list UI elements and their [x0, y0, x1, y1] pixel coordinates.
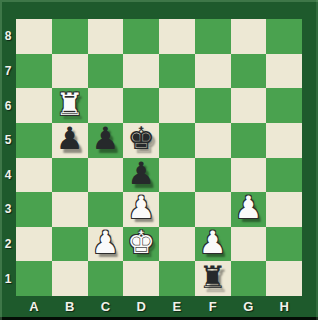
square-a8	[16, 19, 52, 54]
rank-label-6: 6	[0, 88, 16, 123]
file-label-b: B	[52, 296, 88, 317]
square-h2	[266, 227, 302, 262]
square-e5	[159, 123, 195, 158]
white-pawn-f2: ♟	[199, 227, 227, 258]
square-a6	[16, 88, 52, 123]
square-b7	[52, 54, 88, 89]
black-pawn-b5: ♟	[56, 123, 84, 154]
square-f8	[195, 19, 231, 54]
file-label-e: E	[159, 296, 195, 317]
square-f7	[195, 54, 231, 89]
square-e1	[159, 261, 195, 296]
square-g4	[231, 158, 267, 193]
square-c5: ♟	[88, 123, 124, 158]
file-label-d: D	[123, 296, 159, 317]
square-d6	[123, 88, 159, 123]
white-pawn-d3: ♟	[127, 192, 155, 223]
square-b1	[52, 261, 88, 296]
rank-label-7: 7	[0, 54, 16, 89]
square-a1	[16, 261, 52, 296]
rank-label-4: 4	[0, 158, 16, 193]
file-label-a: A	[16, 296, 52, 317]
square-a7	[16, 54, 52, 89]
square-e6	[159, 88, 195, 123]
square-c6	[88, 88, 124, 123]
chess-diagram: 87654321 ♜♟♟♚♟♟♟♟♚♟♜ ABCDEFGH	[0, 0, 318, 320]
square-b2	[52, 227, 88, 262]
black-rook-f1: ♜	[199, 262, 227, 293]
square-e3	[159, 192, 195, 227]
square-d7	[123, 54, 159, 89]
white-rook-b6: ♜	[56, 89, 84, 120]
square-c4	[88, 158, 124, 193]
black-pawn-d4: ♟	[127, 158, 155, 189]
square-e2	[159, 227, 195, 262]
white-pawn-g3: ♟	[234, 192, 262, 223]
square-h1	[266, 261, 302, 296]
square-f5	[195, 123, 231, 158]
square-c3	[88, 192, 124, 227]
file-label-h: H	[266, 296, 302, 317]
square-g3: ♟	[231, 192, 267, 227]
square-h5	[266, 123, 302, 158]
rank-label-5: 5	[0, 123, 16, 158]
white-king-d2: ♚	[127, 227, 155, 258]
square-a2	[16, 227, 52, 262]
square-h4	[266, 158, 302, 193]
square-f6	[195, 88, 231, 123]
square-e4	[159, 158, 195, 193]
square-g8	[231, 19, 267, 54]
square-b3	[52, 192, 88, 227]
square-c8	[88, 19, 124, 54]
file-label-g: G	[231, 296, 267, 317]
square-g5	[231, 123, 267, 158]
square-b8	[52, 19, 88, 54]
file-labels: ABCDEFGH	[16, 296, 302, 317]
square-c2: ♟	[88, 227, 124, 262]
square-b5: ♟	[52, 123, 88, 158]
square-d8	[123, 19, 159, 54]
file-label-c: C	[88, 296, 124, 317]
square-f3	[195, 192, 231, 227]
square-f2: ♟	[195, 227, 231, 262]
square-h6	[266, 88, 302, 123]
rank-label-3: 3	[0, 192, 16, 227]
chess-board: ♜♟♟♚♟♟♟♟♚♟♜	[16, 19, 302, 296]
square-h8	[266, 19, 302, 54]
black-king-d5: ♚	[127, 123, 155, 154]
square-g2	[231, 227, 267, 262]
square-a4	[16, 158, 52, 193]
square-c1	[88, 261, 124, 296]
square-h3	[266, 192, 302, 227]
square-c7	[88, 54, 124, 89]
square-g6	[231, 88, 267, 123]
square-e7	[159, 54, 195, 89]
square-h7	[266, 54, 302, 89]
square-d1	[123, 261, 159, 296]
square-d5: ♚	[123, 123, 159, 158]
square-a3	[16, 192, 52, 227]
square-d4: ♟	[123, 158, 159, 193]
square-f1: ♜	[195, 261, 231, 296]
square-g7	[231, 54, 267, 89]
square-b4	[52, 158, 88, 193]
file-label-f: F	[195, 296, 231, 317]
black-pawn-c5: ♟	[91, 123, 119, 154]
rank-label-1: 1	[0, 261, 16, 296]
square-d3: ♟	[123, 192, 159, 227]
square-a5	[16, 123, 52, 158]
white-pawn-c2: ♟	[91, 227, 119, 258]
square-g1	[231, 261, 267, 296]
rank-labels: 87654321	[0, 19, 16, 296]
rank-label-8: 8	[0, 19, 16, 54]
square-b6: ♜	[52, 88, 88, 123]
square-e8	[159, 19, 195, 54]
square-f4	[195, 158, 231, 193]
square-d2: ♚	[123, 227, 159, 262]
rank-label-2: 2	[0, 227, 16, 262]
